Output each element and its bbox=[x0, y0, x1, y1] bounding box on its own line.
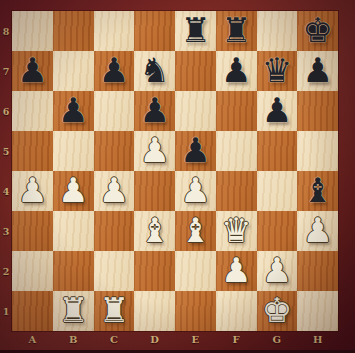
square-a2[interactable] bbox=[12, 251, 53, 291]
square-c3[interactable] bbox=[94, 211, 135, 251]
rank-label-7: 7 bbox=[0, 51, 12, 91]
square-d3[interactable]: ♝ bbox=[134, 211, 175, 251]
black-pawn: ♟ bbox=[302, 53, 332, 87]
square-a7[interactable]: ♟ bbox=[12, 51, 53, 91]
square-a1[interactable] bbox=[12, 291, 53, 331]
square-f8[interactable]: ♜ bbox=[216, 11, 257, 51]
rank-label-6: 6 bbox=[0, 91, 12, 131]
square-h3[interactable]: ♟ bbox=[297, 211, 338, 251]
square-f7[interactable]: ♟ bbox=[216, 51, 257, 91]
black-pawn: ♟ bbox=[58, 93, 88, 127]
square-h4[interactable]: ♝ bbox=[297, 171, 338, 211]
chess-board: ♜♜♚♟♟♞♟♛♟♟♟♟♟♟♟♟♟♟♝♝♝♛♟♟♟♜♜♚ bbox=[12, 11, 338, 331]
square-g2[interactable]: ♟ bbox=[257, 251, 298, 291]
square-e7[interactable] bbox=[175, 51, 216, 91]
square-b1[interactable]: ♜ bbox=[53, 291, 94, 331]
square-g3[interactable] bbox=[257, 211, 298, 251]
square-c8[interactable] bbox=[94, 11, 135, 51]
white-pawn: ♟ bbox=[139, 133, 169, 167]
square-b5[interactable] bbox=[53, 131, 94, 171]
square-d8[interactable] bbox=[134, 11, 175, 51]
square-e8[interactable]: ♜ bbox=[175, 11, 216, 51]
black-pawn: ♟ bbox=[139, 93, 169, 127]
square-e4[interactable]: ♟ bbox=[175, 171, 216, 211]
square-b4[interactable]: ♟ bbox=[53, 171, 94, 211]
square-c1[interactable]: ♜ bbox=[94, 291, 135, 331]
square-c5[interactable] bbox=[94, 131, 135, 171]
square-h7[interactable]: ♟ bbox=[297, 51, 338, 91]
square-g6[interactable]: ♟ bbox=[257, 91, 298, 131]
square-h8[interactable]: ♚ bbox=[297, 11, 338, 51]
rank-label-5: 5 bbox=[0, 131, 12, 171]
square-g7[interactable]: ♛ bbox=[257, 51, 298, 91]
square-a6[interactable] bbox=[12, 91, 53, 131]
square-f3[interactable]: ♛ bbox=[216, 211, 257, 251]
square-c7[interactable]: ♟ bbox=[94, 51, 135, 91]
file-label-a: A bbox=[12, 331, 53, 351]
black-queen: ♛ bbox=[262, 53, 292, 87]
chess-board-frame: 87654321 ♜♜♚♟♟♞♟♛♟♟♟♟♟♟♟♟♟♟♝♝♝♛♟♟♟♜♜♚ AB… bbox=[0, 0, 355, 353]
square-f1[interactable] bbox=[216, 291, 257, 331]
black-pawn: ♟ bbox=[262, 93, 292, 127]
square-h5[interactable] bbox=[297, 131, 338, 171]
black-pawn: ♟ bbox=[221, 53, 251, 87]
square-e2[interactable] bbox=[175, 251, 216, 291]
square-f2[interactable]: ♟ bbox=[216, 251, 257, 291]
square-g5[interactable] bbox=[257, 131, 298, 171]
square-g4[interactable] bbox=[257, 171, 298, 211]
square-d5[interactable]: ♟ bbox=[134, 131, 175, 171]
white-pawn: ♟ bbox=[302, 213, 332, 247]
square-h2[interactable] bbox=[297, 251, 338, 291]
white-pawn: ♟ bbox=[180, 173, 210, 207]
square-d1[interactable] bbox=[134, 291, 175, 331]
square-h6[interactable] bbox=[297, 91, 338, 131]
file-label-g: G bbox=[257, 331, 298, 351]
square-b7[interactable] bbox=[53, 51, 94, 91]
square-h1[interactable] bbox=[297, 291, 338, 331]
white-king: ♚ bbox=[262, 293, 292, 327]
square-a3[interactable] bbox=[12, 211, 53, 251]
file-label-b: B bbox=[53, 331, 94, 351]
square-f6[interactable] bbox=[216, 91, 257, 131]
white-pawn: ♟ bbox=[221, 253, 251, 287]
square-d2[interactable] bbox=[134, 251, 175, 291]
square-b3[interactable] bbox=[53, 211, 94, 251]
white-pawn: ♟ bbox=[262, 253, 292, 287]
square-e6[interactable] bbox=[175, 91, 216, 131]
square-a8[interactable] bbox=[12, 11, 53, 51]
white-bishop: ♝ bbox=[139, 213, 169, 247]
black-rook: ♜ bbox=[180, 13, 210, 47]
white-rook: ♜ bbox=[99, 293, 129, 327]
black-king: ♚ bbox=[302, 13, 332, 47]
square-f4[interactable] bbox=[216, 171, 257, 211]
square-b8[interactable] bbox=[53, 11, 94, 51]
white-bishop: ♝ bbox=[180, 213, 210, 247]
file-label-c: C bbox=[94, 331, 135, 351]
square-e5[interactable]: ♟ bbox=[175, 131, 216, 171]
square-e1[interactable] bbox=[175, 291, 216, 331]
rank-label-1: 1 bbox=[0, 291, 12, 331]
square-c4[interactable]: ♟ bbox=[94, 171, 135, 211]
square-d7[interactable]: ♞ bbox=[134, 51, 175, 91]
square-c2[interactable] bbox=[94, 251, 135, 291]
square-e3[interactable]: ♝ bbox=[175, 211, 216, 251]
square-f5[interactable] bbox=[216, 131, 257, 171]
rank-label-4: 4 bbox=[0, 171, 12, 211]
square-b2[interactable] bbox=[53, 251, 94, 291]
file-label-d: D bbox=[134, 331, 175, 351]
square-b6[interactable]: ♟ bbox=[53, 91, 94, 131]
white-pawn: ♟ bbox=[17, 173, 47, 207]
rank-label-2: 2 bbox=[0, 251, 12, 291]
file-label-h: H bbox=[297, 331, 338, 351]
rank-labels: 87654321 bbox=[0, 11, 12, 331]
rank-label-8: 8 bbox=[0, 11, 12, 51]
square-g8[interactable] bbox=[257, 11, 298, 51]
white-rook: ♜ bbox=[58, 293, 88, 327]
file-labels: ABCDEFGH bbox=[12, 331, 338, 351]
square-g1[interactable]: ♚ bbox=[257, 291, 298, 331]
square-d6[interactable]: ♟ bbox=[134, 91, 175, 131]
square-d4[interactable] bbox=[134, 171, 175, 211]
black-bishop: ♝ bbox=[302, 173, 332, 207]
square-a5[interactable] bbox=[12, 131, 53, 171]
black-pawn: ♟ bbox=[99, 53, 129, 87]
white-pawn: ♟ bbox=[99, 173, 129, 207]
black-knight: ♞ bbox=[139, 53, 169, 87]
square-a4[interactable]: ♟ bbox=[12, 171, 53, 211]
white-pawn: ♟ bbox=[58, 173, 88, 207]
black-pawn: ♟ bbox=[17, 53, 47, 87]
rank-label-3: 3 bbox=[0, 211, 12, 251]
square-c6[interactable] bbox=[94, 91, 135, 131]
file-label-f: F bbox=[216, 331, 257, 351]
black-rook: ♜ bbox=[221, 13, 251, 47]
white-queen: ♛ bbox=[221, 213, 251, 247]
file-label-e: E bbox=[175, 331, 216, 351]
black-pawn: ♟ bbox=[180, 133, 210, 167]
